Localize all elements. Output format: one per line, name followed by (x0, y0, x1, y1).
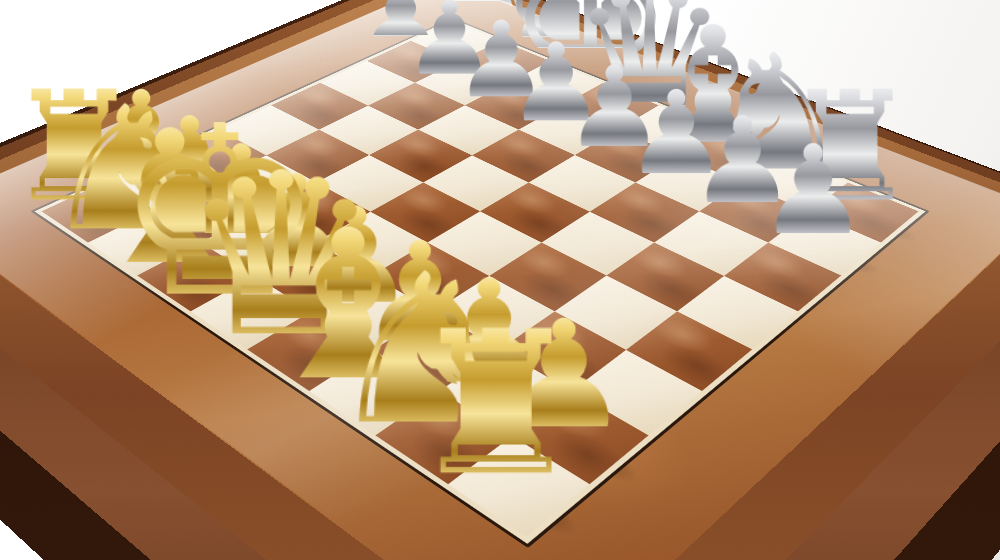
silver-pawn: ♟ (677, 129, 948, 252)
gold-rook: ♜ (325, 305, 668, 503)
product-photo-scene: ♜♞♝♚♛♝♞♜♟♟♟♟♟♟♟♟♟♟♟♟♟♟♟♟♜♞♝♚♛♝♞♜ (0, 0, 1000, 560)
